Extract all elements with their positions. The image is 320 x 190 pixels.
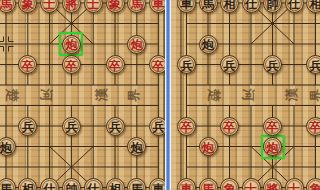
xiangqi-piece-馬-red[interactable]: 馬 <box>199 178 218 190</box>
piece-glyph: 炮 <box>131 39 143 51</box>
xiangqi-piece-士-red[interactable]: 士 <box>285 178 304 190</box>
piece-glyph: 炮 <box>131 141 143 153</box>
piece-glyph: 馬 <box>202 0 214 10</box>
piece-glyph: 卒 <box>153 59 165 71</box>
xiangqi-piece-馬-black[interactable]: 馬 <box>0 178 16 190</box>
river-text-char: 界 <box>307 89 320 102</box>
piece-glyph: 象 <box>22 0 34 10</box>
piece-glyph: 卒 <box>65 59 77 71</box>
piece-glyph: 卒 <box>224 121 236 133</box>
xiangqi-piece-兵-black[interactable]: 兵 <box>106 117 125 136</box>
piece-glyph: 相 <box>310 0 320 10</box>
xiangqi-piece-車-red[interactable]: 車 <box>177 178 196 190</box>
piece-glyph: 相 <box>22 182 34 190</box>
piece-glyph: 卒 <box>267 121 279 133</box>
piece-glyph: 仕 <box>245 0 257 10</box>
piece-glyph: 兵 <box>181 59 193 71</box>
river-text-char: 漢 <box>283 89 301 102</box>
xiangqi-piece-兵-black[interactable]: 兵 <box>62 117 81 136</box>
panel-divider <box>165 0 171 190</box>
xiangqi-piece-兵-black[interactable]: 兵 <box>263 55 282 74</box>
piece-glyph: 兵 <box>109 121 121 133</box>
piece-glyph: 馬 <box>131 182 143 190</box>
piece-glyph: 士 <box>44 0 56 10</box>
xiangqi-piece-象-red[interactable]: 象 <box>220 178 239 190</box>
xiangqi-piece-兵-black[interactable]: 兵 <box>306 55 320 74</box>
xiangqi-piece-兵-black[interactable]: 兵 <box>177 55 196 74</box>
piece-glyph: 炮 <box>267 141 279 153</box>
xiangqi-piece-卒-red[interactable]: 卒 <box>106 55 125 74</box>
xiangqi-piece-炮-red[interactable]: 炮 <box>127 35 146 54</box>
river-text-char: 漢 <box>93 89 111 102</box>
piece-glyph: 仕 <box>288 0 300 10</box>
piece-glyph: 兵 <box>310 59 320 71</box>
piece-glyph: 炮 <box>202 141 214 153</box>
piece-glyph: 馬 <box>0 182 12 190</box>
piece-glyph: 卒 <box>22 59 34 71</box>
piece-glyph: 車 <box>153 182 165 190</box>
piece-glyph: 兵 <box>224 59 236 71</box>
xiangqi-piece-炮-black[interactable]: 炮 <box>199 35 218 54</box>
piece-glyph: 將 <box>267 182 279 190</box>
xiangqi-piece-馬-black[interactable]: 馬 <box>199 0 218 13</box>
piece-glyph: 馬 <box>0 0 12 10</box>
piece-glyph: 帥 <box>267 0 279 10</box>
piece-glyph: 卒 <box>109 59 121 71</box>
piece-glyph: 兵 <box>267 59 279 71</box>
river-text-char: 楚 <box>3 89 21 102</box>
xiangqi-piece-兵-black[interactable]: 兵 <box>220 55 239 74</box>
piece-glyph: 炮 <box>0 141 12 153</box>
piece-glyph: 車 <box>181 182 193 190</box>
piece-glyph: 卒 <box>310 121 320 133</box>
piece-glyph: 兵 <box>65 121 77 133</box>
river-text-char: 界 <box>125 89 143 102</box>
piece-glyph: 仕 <box>87 182 99 190</box>
xiangqi-piece-卒-red[interactable]: 卒 <box>306 117 320 136</box>
piece-glyph: 士 <box>288 182 300 190</box>
piece-glyph: 馬 <box>202 182 214 190</box>
piece-glyph: 帥 <box>65 182 77 190</box>
xiangqi-piece-卒-red[interactable]: 卒 <box>62 55 81 74</box>
piece-glyph: 士 <box>87 0 99 10</box>
xiangqi-piece-象-red[interactable]: 象 <box>106 0 125 13</box>
piece-glyph: 象 <box>109 0 121 10</box>
xiangqi-piece-炮-red[interactable]: 炮 <box>263 137 282 156</box>
xiangqi-piece-卒-red[interactable]: 卒 <box>177 117 196 136</box>
piece-glyph: 相 <box>109 182 121 190</box>
piece-glyph: 兵 <box>153 121 165 133</box>
piece-glyph: 炮 <box>202 39 214 51</box>
piece-glyph: 仕 <box>44 182 56 190</box>
xiangqi-piece-卒-red[interactable]: 卒 <box>220 117 239 136</box>
xiangqi-two-board-view: 楚河漢界車馬象士將士象馬車炮炮卒卒卒卒卒兵兵兵兵兵炮炮車馬相仕帥仕相馬車楚河漢界… <box>0 0 320 190</box>
piece-glyph: 兵 <box>22 121 34 133</box>
piece-glyph: 車 <box>153 0 165 10</box>
xiangqi-piece-將-red[interactable]: 將 <box>263 178 282 190</box>
xiangqi-piece-仕-black[interactable]: 仕 <box>285 0 304 13</box>
piece-glyph: 馬 <box>131 0 143 10</box>
piece-glyph: 將 <box>65 0 77 10</box>
piece-glyph: 象 <box>310 182 320 190</box>
xiangqi-piece-卒-red[interactable]: 卒 <box>263 117 282 136</box>
xiangqi-piece-帥-black[interactable]: 帥 <box>62 178 81 190</box>
piece-glyph: 炮 <box>65 39 77 51</box>
xiangqi-piece-象-red[interactable]: 象 <box>306 178 320 190</box>
river-text-char: 河 <box>239 89 257 102</box>
piece-glyph: 卒 <box>181 121 193 133</box>
xiangqi-piece-仕-black[interactable]: 仕 <box>242 0 261 13</box>
xiangqi-piece-兵-black[interactable]: 兵 <box>18 117 37 136</box>
xiangqi-piece-炮-red[interactable]: 炮 <box>199 137 218 156</box>
xiangqi-piece-士-red[interactable]: 士 <box>242 178 261 190</box>
xiangqi-piece-仕-black[interactable]: 仕 <box>84 178 103 190</box>
piece-glyph: 車 <box>181 0 193 10</box>
piece-glyph: 士 <box>245 182 257 190</box>
river-text-char: 楚 <box>205 89 223 102</box>
xiangqi-piece-相-black[interactable]: 相 <box>106 178 125 190</box>
piece-glyph: 相 <box>224 0 236 10</box>
xiangqi-piece-炮-red[interactable]: 炮 <box>62 35 81 54</box>
river-text-char: 河 <box>37 89 55 102</box>
xiangqi-piece-炮-black[interactable]: 炮 <box>0 137 16 156</box>
piece-glyph: 象 <box>224 182 236 190</box>
